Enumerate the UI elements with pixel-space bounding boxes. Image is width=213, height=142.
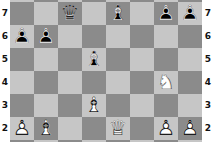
square-h6[interactable] [178, 25, 202, 48]
square-d1[interactable] [82, 140, 106, 142]
square-a7[interactable] [10, 2, 34, 25]
white-bishop-outline: ♗ [34, 117, 58, 140]
black-pawn-outline: ♙ [10, 25, 34, 48]
white-pawn-outline: ♙ [178, 117, 202, 140]
square-a3[interactable] [10, 94, 34, 117]
rank-label-right-7: 7 [203, 8, 213, 19]
square-a6[interactable]: ♟♙ [10, 25, 34, 48]
square-c3[interactable] [58, 94, 82, 117]
square-b5[interactable] [34, 48, 58, 71]
square-f7[interactable] [130, 2, 154, 25]
square-b1[interactable] [34, 140, 58, 142]
black-queen-outline: ♕ [58, 2, 82, 25]
square-g7[interactable]: ♟♙ [154, 2, 178, 25]
white-bishop-icon[interactable]: ♝♗ [82, 94, 106, 117]
square-h7[interactable]: ♟♙ [178, 2, 202, 25]
rank-label-left-2: 2 [0, 123, 10, 134]
square-g6[interactable] [154, 25, 178, 48]
black-bishop-icon[interactable]: ♝♗ [82, 48, 106, 71]
square-a4[interactable] [10, 71, 34, 94]
square-c5[interactable] [58, 48, 82, 71]
black-pawn-icon[interactable]: ♟♙ [34, 25, 58, 48]
rank-label-left-5: 5 [0, 54, 10, 65]
square-g1[interactable] [154, 140, 178, 142]
square-b7[interactable] [34, 2, 58, 25]
rank-label-right-2: 2 [203, 123, 213, 134]
square-e2[interactable]: ♛♕ [106, 117, 130, 140]
square-e6[interactable] [106, 25, 130, 48]
rank-label-right-6: 6 [203, 31, 213, 42]
square-h5[interactable] [178, 48, 202, 71]
square-d2[interactable] [82, 117, 106, 140]
white-pawn-icon[interactable]: ♟♙ [10, 117, 34, 140]
board-grid: ♛♕♝♗♟♙♟♙♟♙♟♙♝♗♞♘♝♗♟♙♝♗♛♕♟♙♟♙ [10, 0, 202, 142]
square-c4[interactable] [58, 71, 82, 94]
square-b6[interactable]: ♟♙ [34, 25, 58, 48]
black-queen-icon[interactable]: ♛♕ [58, 2, 82, 25]
white-bishop-icon[interactable]: ♝♗ [34, 117, 58, 140]
black-pawn-icon[interactable]: ♟♙ [154, 2, 178, 25]
square-c2[interactable] [58, 117, 82, 140]
white-knight-outline: ♘ [154, 71, 178, 94]
square-d4[interactable] [82, 71, 106, 94]
square-g3[interactable] [154, 94, 178, 117]
chess-diagram: ♛♕♝♗♟♙♟♙♟♙♟♙♝♗♞♘♝♗♟♙♝♗♛♕♟♙♟♙ 76543276543… [0, 0, 213, 142]
rank-label-right-5: 5 [203, 54, 213, 65]
square-h4[interactable] [178, 71, 202, 94]
square-b4[interactable] [34, 71, 58, 94]
white-pawn-outline: ♙ [154, 117, 178, 140]
square-e3[interactable] [106, 94, 130, 117]
black-pawn-outline: ♙ [178, 2, 202, 25]
square-f6[interactable] [130, 25, 154, 48]
square-g2[interactable]: ♟♙ [154, 117, 178, 140]
white-bishop-outline: ♗ [82, 94, 106, 117]
white-pawn-outline: ♙ [10, 117, 34, 140]
black-pawn-outline: ♙ [34, 25, 58, 48]
square-h2[interactable]: ♟♙ [178, 117, 202, 140]
black-pawn-icon[interactable]: ♟♙ [178, 2, 202, 25]
rank-label-left-4: 4 [0, 77, 10, 88]
rank-label-right-4: 4 [203, 77, 213, 88]
square-e1[interactable] [106, 140, 130, 142]
square-h1[interactable] [178, 140, 202, 142]
white-pawn-icon[interactable]: ♟♙ [154, 117, 178, 140]
square-b2[interactable]: ♝♗ [34, 117, 58, 140]
square-f2[interactable] [130, 117, 154, 140]
square-c1[interactable] [58, 140, 82, 142]
square-d6[interactable] [82, 25, 106, 48]
white-queen-outline: ♕ [106, 117, 130, 140]
square-g4[interactable]: ♞♘ [154, 71, 178, 94]
square-c7[interactable]: ♛♕ [58, 2, 82, 25]
black-pawn-outline: ♙ [154, 2, 178, 25]
square-f1[interactable] [130, 140, 154, 142]
square-e7[interactable]: ♝♗ [106, 2, 130, 25]
square-f4[interactable] [130, 71, 154, 94]
square-b3[interactable] [34, 94, 58, 117]
square-a1[interactable] [10, 140, 34, 142]
square-a5[interactable] [10, 48, 34, 71]
black-bishop-outline: ♗ [82, 48, 106, 71]
white-knight-icon[interactable]: ♞♘ [154, 71, 178, 94]
chess-board: ♛♕♝♗♟♙♟♙♟♙♟♙♝♗♞♘♝♗♟♙♝♗♛♕♟♙♟♙ [10, 0, 202, 142]
square-c6[interactable] [58, 25, 82, 48]
square-g5[interactable] [154, 48, 178, 71]
white-queen-icon[interactable]: ♛♕ [106, 117, 130, 140]
square-e4[interactable] [106, 71, 130, 94]
square-a2[interactable]: ♟♙ [10, 117, 34, 140]
square-h3[interactable] [178, 94, 202, 117]
rank-label-left-7: 7 [0, 8, 10, 19]
square-f3[interactable] [130, 94, 154, 117]
rank-label-left-3: 3 [0, 100, 10, 111]
square-d5[interactable]: ♝♗ [82, 48, 106, 71]
rank-label-left-6: 6 [0, 31, 10, 42]
rank-label-right-3: 3 [203, 100, 213, 111]
black-bishop-outline: ♗ [106, 2, 130, 25]
square-f5[interactable] [130, 48, 154, 71]
black-pawn-icon[interactable]: ♟♙ [10, 25, 34, 48]
black-bishop-icon[interactable]: ♝♗ [106, 2, 130, 25]
square-e5[interactable] [106, 48, 130, 71]
white-pawn-icon[interactable]: ♟♙ [178, 117, 202, 140]
square-d7[interactable] [82, 2, 106, 25]
square-d3[interactable]: ♝♗ [82, 94, 106, 117]
